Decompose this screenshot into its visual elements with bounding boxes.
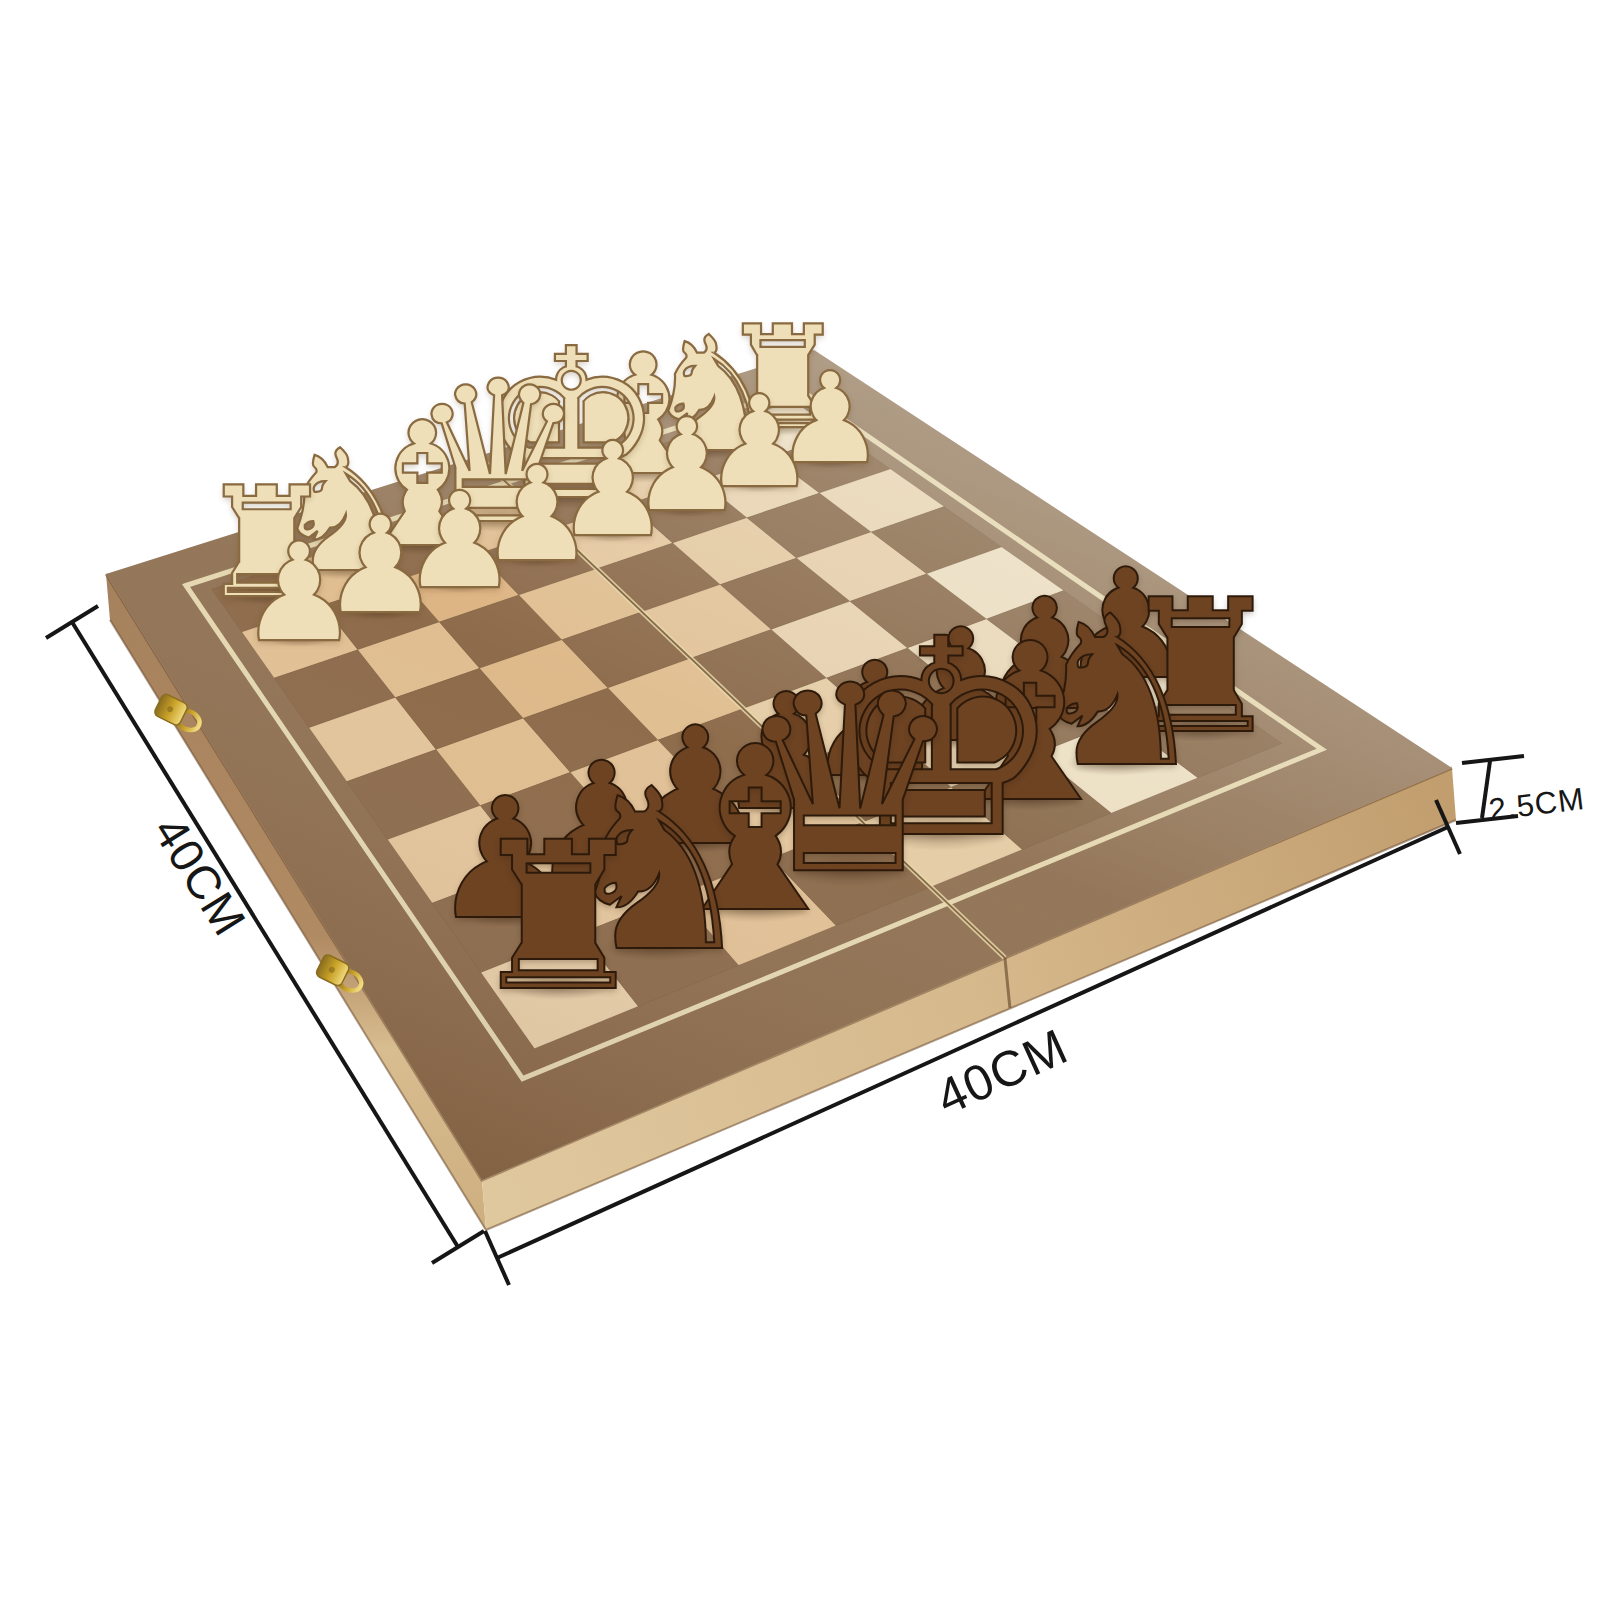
- side-dimension-tick: [432, 1231, 484, 1263]
- black-rook[interactable]: ♜: [467, 816, 650, 1020]
- chess-set-product-photo: 40CM 40CM 2.5CM ♜♞♝♛♚♝♞♜♟♟♟♟♟♟♟♟♟♟♟♟♟♟♟♟…: [0, 0, 1600, 1600]
- side-dimension-tick: [46, 606, 98, 638]
- white-pawn[interactable]: ♟: [238, 525, 360, 661]
- thickness-dimension-bar: [1462, 756, 1524, 763]
- front-dimension-tick: [485, 1231, 509, 1285]
- thickness-dimension-label: 2.5CM: [1487, 781, 1587, 827]
